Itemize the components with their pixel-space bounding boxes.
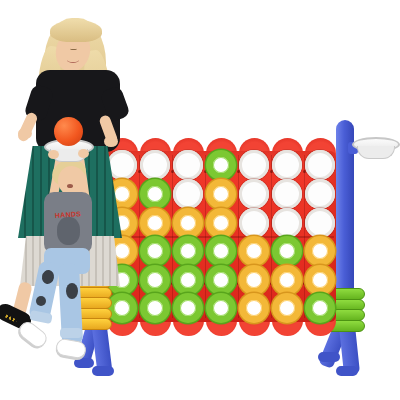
child-right-hand xyxy=(78,149,89,158)
orange-ball xyxy=(54,117,83,146)
left-hoop-tray xyxy=(0,0,400,400)
child-left-hand xyxy=(48,150,59,159)
scene: HANDS xyxy=(0,0,400,400)
